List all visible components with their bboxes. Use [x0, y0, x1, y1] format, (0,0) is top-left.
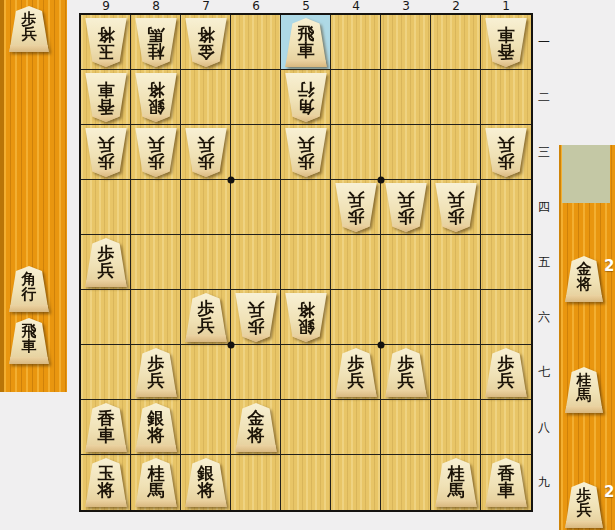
- piece-kanji: 歩兵: [8, 6, 50, 52]
- piece-hand[interactable]: 歩兵: [564, 482, 604, 528]
- piece-kanji: 銀将: [134, 73, 178, 122]
- rank-label-6: 六: [534, 290, 554, 345]
- piece-kanji: 歩兵: [434, 183, 478, 232]
- piece-kanji: 歩兵: [384, 183, 428, 232]
- piece-2i[interactable]: 桂馬: [434, 458, 478, 507]
- piece-6h[interactable]: 金将: [234, 403, 278, 452]
- shogi-board: 玉将桂馬金将飛車香車香車銀将角行歩兵歩兵歩兵歩兵歩兵歩兵歩兵歩兵歩兵歩兵歩兵銀将…: [79, 13, 533, 512]
- file-label-6: 6: [231, 0, 281, 13]
- piece-4g[interactable]: 歩兵: [334, 348, 378, 397]
- piece-hand[interactable]: 歩兵: [8, 6, 50, 52]
- piece-5a[interactable]: 飛車: [284, 18, 328, 67]
- piece-7i[interactable]: 銀将: [184, 458, 228, 507]
- piece-9a[interactable]: 玉将: [84, 18, 128, 67]
- piece-kanji: 金将: [234, 403, 278, 452]
- rank-label-8: 八: [534, 400, 554, 455]
- piece-6f[interactable]: 歩兵: [234, 293, 278, 342]
- piece-kanji: 玉将: [84, 458, 128, 507]
- piece-kanji: 銀将: [284, 293, 328, 342]
- piece-9h[interactable]: 香車: [84, 403, 128, 452]
- piece-9b[interactable]: 香車: [84, 73, 128, 122]
- piece-kanji: 香車: [484, 458, 528, 507]
- piece-8i[interactable]: 桂馬: [134, 458, 178, 507]
- piece-kanji: 桂馬: [434, 458, 478, 507]
- piece-kanji: 角行: [8, 266, 50, 312]
- piece-5f[interactable]: 銀将: [284, 293, 328, 342]
- file-label-8: 8: [131, 0, 181, 13]
- piece-kanji: 歩兵: [384, 348, 428, 397]
- piece-4d[interactable]: 歩兵: [334, 183, 378, 232]
- right-tray-panel: [562, 145, 610, 203]
- piece-kanji: 桂馬: [564, 367, 604, 413]
- file-label-5: 5: [281, 0, 331, 13]
- file-label-4: 4: [331, 0, 381, 13]
- piece-kanji: 角行: [284, 73, 328, 122]
- piece-kanji: 歩兵: [234, 293, 278, 342]
- piece-1i[interactable]: 香車: [484, 458, 528, 507]
- piece-kanji: 歩兵: [484, 128, 528, 177]
- rank-label-4: 四: [534, 180, 554, 235]
- piece-8a[interactable]: 桂馬: [134, 18, 178, 67]
- rank-label-7: 七: [534, 345, 554, 400]
- hoshi-dot: [228, 177, 235, 184]
- piece-kanji: 歩兵: [564, 482, 604, 528]
- piece-8c[interactable]: 歩兵: [134, 128, 178, 177]
- piece-9i[interactable]: 玉将: [84, 458, 128, 507]
- piece-kanji: 銀将: [184, 458, 228, 507]
- piece-hand[interactable]: 金将: [564, 256, 604, 302]
- piece-3g[interactable]: 歩兵: [384, 348, 428, 397]
- file-labels: 987654321: [81, 0, 531, 13]
- piece-kanji: 玉将: [84, 18, 128, 67]
- piece-kanji: 歩兵: [134, 128, 178, 177]
- piece-kanji: 歩兵: [184, 128, 228, 177]
- piece-kanji: 歩兵: [84, 128, 128, 177]
- piece-hand[interactable]: 角行: [8, 266, 50, 312]
- sente-hand-tray: 金将2桂馬歩兵2: [559, 145, 615, 530]
- piece-hand[interactable]: 飛車: [8, 318, 50, 364]
- file-label-3: 3: [381, 0, 431, 13]
- piece-kanji: 歩兵: [284, 128, 328, 177]
- piece-5b[interactable]: 角行: [284, 73, 328, 122]
- piece-kanji: 飛車: [284, 18, 328, 67]
- rank-label-9: 九: [534, 455, 554, 510]
- piece-kanji: 桂馬: [134, 18, 178, 67]
- hand-count-badge: 2: [604, 483, 614, 501]
- piece-kanji: 金将: [564, 256, 604, 302]
- piece-kanji: 歩兵: [484, 348, 528, 397]
- piece-kanji: 歩兵: [134, 348, 178, 397]
- rank-label-2: 二: [534, 70, 554, 125]
- hoshi-dot: [378, 177, 385, 184]
- app-background: 歩兵角行飛車 金将2桂馬歩兵2 987654321 一二三四五六七八九 玉将桂馬…: [0, 0, 615, 530]
- piece-hand[interactable]: 桂馬: [564, 367, 604, 413]
- piece-8b[interactable]: 銀将: [134, 73, 178, 122]
- piece-8g[interactable]: 歩兵: [134, 348, 178, 397]
- piece-kanji: 香車: [84, 73, 128, 122]
- piece-7a[interactable]: 金将: [184, 18, 228, 67]
- piece-2d[interactable]: 歩兵: [434, 183, 478, 232]
- piece-kanji: 香車: [84, 403, 128, 452]
- piece-5c[interactable]: 歩兵: [284, 128, 328, 177]
- gote-hand-tray: 歩兵角行飛車: [0, 0, 67, 392]
- piece-kanji: 歩兵: [334, 348, 378, 397]
- piece-kanji: 歩兵: [184, 293, 228, 342]
- piece-kanji: 歩兵: [334, 183, 378, 232]
- piece-kanji: 飛車: [8, 318, 50, 364]
- piece-kanji: 金将: [184, 18, 228, 67]
- file-label-2: 2: [431, 0, 481, 13]
- file-label-1: 1: [481, 0, 531, 13]
- rank-label-3: 三: [534, 125, 554, 180]
- piece-kanji: 歩兵: [84, 238, 128, 287]
- piece-9e[interactable]: 歩兵: [84, 238, 128, 287]
- piece-1g[interactable]: 歩兵: [484, 348, 528, 397]
- rank-label-1: 一: [534, 15, 554, 70]
- piece-kanji: 銀将: [134, 403, 178, 452]
- file-label-7: 7: [181, 0, 231, 13]
- piece-kanji: 香車: [484, 18, 528, 67]
- piece-3d[interactable]: 歩兵: [384, 183, 428, 232]
- piece-9c[interactable]: 歩兵: [84, 128, 128, 177]
- hoshi-dot: [378, 342, 385, 349]
- piece-8h[interactable]: 銀将: [134, 403, 178, 452]
- piece-1c[interactable]: 歩兵: [484, 128, 528, 177]
- hand-count-badge: 2: [604, 257, 614, 275]
- rank-label-5: 五: [534, 235, 554, 290]
- hoshi-dot: [228, 342, 235, 349]
- piece-kanji: 桂馬: [134, 458, 178, 507]
- piece-7c[interactable]: 歩兵: [184, 128, 228, 177]
- piece-1a[interactable]: 香車: [484, 18, 528, 67]
- file-label-9: 9: [81, 0, 131, 13]
- piece-7f[interactable]: 歩兵: [184, 293, 228, 342]
